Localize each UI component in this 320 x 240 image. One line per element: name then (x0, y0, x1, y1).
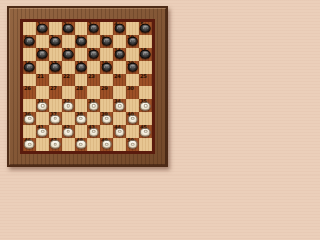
square-1[interactable]: 1 (36, 22, 49, 35)
white-man-square-33[interactable] (89, 102, 100, 111)
square-8[interactable]: 8 (75, 35, 88, 48)
square-28[interactable]: 28 (75, 86, 88, 99)
light-square (75, 22, 88, 35)
square-6[interactable]: 6 (23, 35, 36, 48)
light-square (36, 112, 49, 125)
white-man-square-40[interactable] (127, 115, 138, 124)
square-24[interactable]: 24 (113, 74, 126, 87)
square-36[interactable]: 36 (23, 112, 36, 125)
square-4[interactable]: 4 (113, 22, 126, 35)
white-man-square-45[interactable] (140, 127, 151, 136)
square-44[interactable]: 44 (113, 125, 126, 138)
square-11[interactable]: 11 (36, 48, 49, 61)
square-7[interactable]: 7 (49, 35, 62, 48)
black-man-square-7[interactable] (50, 37, 61, 46)
white-man-square-43[interactable] (89, 127, 100, 136)
white-man-square-34[interactable] (114, 102, 125, 111)
light-square (75, 48, 88, 61)
square-46[interactable]: 46 (23, 138, 36, 151)
light-square (23, 22, 36, 35)
board-inner-border: 1234567891011121314151617181920212223242… (20, 19, 155, 154)
square-31[interactable]: 31 (36, 99, 49, 112)
square-number: 22 (63, 74, 69, 79)
square-number: 23 (88, 74, 94, 79)
square-number: 29 (101, 86, 107, 91)
black-man-square-2[interactable] (63, 24, 74, 33)
white-man-square-32[interactable] (63, 102, 74, 111)
white-man-square-48[interactable] (76, 140, 87, 149)
light-square (113, 138, 126, 151)
square-9[interactable]: 9 (100, 35, 113, 48)
black-man-square-14[interactable] (114, 50, 125, 59)
square-23[interactable]: 23 (87, 74, 100, 87)
square-22[interactable]: 22 (62, 74, 75, 87)
square-38[interactable]: 38 (75, 112, 88, 125)
light-square (100, 22, 113, 35)
white-man-square-49[interactable] (101, 140, 112, 149)
square-10[interactable]: 10 (126, 35, 139, 48)
square-3[interactable]: 3 (87, 22, 100, 35)
light-square (113, 35, 126, 48)
light-square (49, 48, 62, 61)
white-man-square-37[interactable] (50, 115, 61, 124)
light-square (139, 138, 152, 151)
light-square (36, 138, 49, 151)
square-20[interactable]: 20 (126, 61, 139, 74)
square-50[interactable]: 50 (126, 138, 139, 151)
light-square (49, 125, 62, 138)
square-2[interactable]: 2 (62, 22, 75, 35)
square-32[interactable]: 32 (62, 99, 75, 112)
white-man-square-39[interactable] (101, 115, 112, 124)
square-26[interactable]: 26 (23, 86, 36, 99)
light-square (126, 125, 139, 138)
light-square (62, 61, 75, 74)
square-5[interactable]: 5 (139, 22, 152, 35)
light-square (36, 61, 49, 74)
white-man-square-47[interactable] (50, 140, 61, 149)
square-17[interactable]: 17 (49, 61, 62, 74)
white-man-square-35[interactable] (140, 102, 151, 111)
square-12[interactable]: 12 (62, 48, 75, 61)
square-30[interactable]: 30 (126, 86, 139, 99)
white-man-square-38[interactable] (76, 115, 87, 124)
light-square (87, 61, 100, 74)
square-number: 27 (50, 86, 56, 91)
white-man-square-36[interactable] (24, 115, 35, 124)
black-man-square-8[interactable] (76, 37, 87, 46)
square-49[interactable]: 49 (100, 138, 113, 151)
light-square (62, 138, 75, 151)
light-square (100, 125, 113, 138)
square-45[interactable]: 45 (139, 125, 152, 138)
light-square (139, 112, 152, 125)
black-man-square-13[interactable] (89, 50, 100, 59)
square-35[interactable]: 35 (139, 99, 152, 112)
white-man-square-31[interactable] (37, 102, 48, 111)
white-man-square-41[interactable] (37, 127, 48, 136)
light-square (139, 35, 152, 48)
black-man-square-12[interactable] (63, 50, 74, 59)
checkers-board-frame: 1234567891011121314151617181920212223242… (7, 6, 168, 167)
square-14[interactable]: 14 (113, 48, 126, 61)
light-square (126, 48, 139, 61)
light-square (87, 35, 100, 48)
black-man-square-5[interactable] (140, 24, 151, 33)
black-man-square-20[interactable] (127, 63, 138, 72)
square-16[interactable]: 16 (23, 61, 36, 74)
light-square (126, 22, 139, 35)
light-square (113, 61, 126, 74)
square-39[interactable]: 39 (100, 112, 113, 125)
white-man-square-44[interactable] (114, 127, 125, 136)
square-33[interactable]: 33 (87, 99, 100, 112)
light-square (62, 35, 75, 48)
black-man-square-6[interactable] (24, 37, 35, 46)
white-man-square-46[interactable] (24, 140, 35, 149)
white-man-square-50[interactable] (127, 140, 138, 149)
light-square (113, 112, 126, 125)
light-square (62, 112, 75, 125)
black-man-square-3[interactable] (89, 24, 100, 33)
square-34[interactable]: 34 (113, 99, 126, 112)
square-47[interactable]: 47 (49, 138, 62, 151)
square-43[interactable]: 43 (87, 125, 100, 138)
square-number: 26 (24, 86, 30, 91)
square-21[interactable]: 21 (36, 74, 49, 87)
square-29[interactable]: 29 (100, 86, 113, 99)
black-man-square-19[interactable] (101, 63, 112, 72)
square-42[interactable]: 42 (62, 125, 75, 138)
light-square (75, 125, 88, 138)
light-square (87, 138, 100, 151)
square-25[interactable]: 25 (139, 74, 152, 87)
black-man-square-15[interactable] (140, 50, 151, 59)
square-number: 28 (76, 86, 82, 91)
square-number: 30 (127, 86, 133, 91)
app-background: { "game": { "name": "international-draug… (0, 0, 175, 175)
black-man-square-9[interactable] (101, 37, 112, 46)
light-square (36, 35, 49, 48)
square-number: 24 (114, 74, 120, 79)
square-48[interactable]: 48 (75, 138, 88, 151)
black-man-square-10[interactable] (127, 37, 138, 46)
light-square (100, 48, 113, 61)
square-41[interactable]: 41 (36, 125, 49, 138)
square-37[interactable]: 37 (49, 112, 62, 125)
light-square (139, 61, 152, 74)
square-18[interactable]: 18 (75, 61, 88, 74)
light-square (23, 48, 36, 61)
light-square (87, 112, 100, 125)
square-27[interactable]: 27 (49, 86, 62, 99)
white-man-square-42[interactable] (63, 127, 74, 136)
black-man-square-16[interactable] (24, 63, 35, 72)
square-19[interactable]: 19 (100, 61, 113, 74)
square-number: 21 (37, 74, 43, 79)
square-15[interactable]: 15 (139, 48, 152, 61)
black-man-square-17[interactable] (50, 63, 61, 72)
square-number: 25 (140, 74, 146, 79)
checkers-board[interactable]: 1234567891011121314151617181920212223242… (23, 22, 152, 151)
black-man-square-11[interactable] (37, 50, 48, 59)
square-40[interactable]: 40 (126, 112, 139, 125)
light-square (49, 22, 62, 35)
black-man-square-4[interactable] (114, 24, 125, 33)
black-man-square-1[interactable] (37, 24, 48, 33)
black-man-square-18[interactable] (76, 63, 87, 72)
square-13[interactable]: 13 (87, 48, 100, 61)
light-square (23, 125, 36, 138)
